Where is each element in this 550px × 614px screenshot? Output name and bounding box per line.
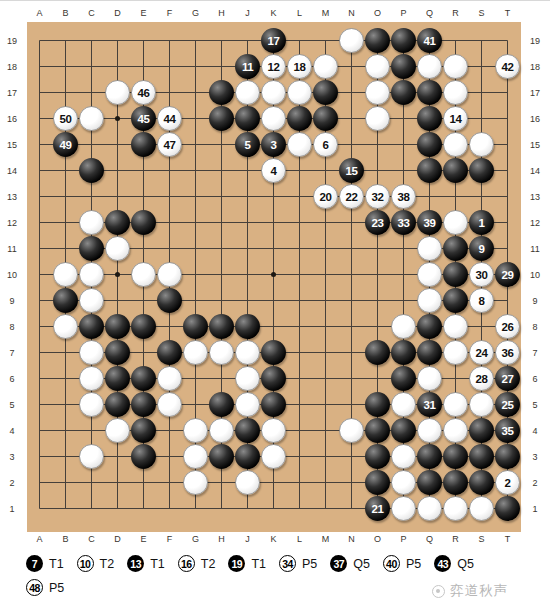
stone-Q9 — [417, 288, 442, 313]
stone-J6 — [235, 366, 260, 391]
stone-R1 — [443, 496, 468, 521]
stone-number: 17 — [268, 35, 280, 47]
stone-R16: 14 — [443, 106, 468, 131]
stone-Q7 — [417, 340, 442, 365]
stone-O3 — [365, 444, 390, 469]
stone-L17 — [287, 80, 312, 105]
stone-L16 — [287, 106, 312, 131]
coord-label-left-15: 15 — [2, 140, 22, 150]
caption-coord-label: P5 — [302, 557, 317, 571]
stone-number: 4 — [271, 165, 277, 177]
stone-K3 — [261, 444, 286, 469]
coord-label-left-3: 3 — [2, 452, 22, 462]
coord-label-left-19: 19 — [2, 36, 22, 46]
coord-label-top-Q: Q — [422, 8, 438, 18]
stone-J16 — [235, 106, 260, 131]
stone-number: 9 — [479, 243, 485, 255]
stone-M13: 20 — [313, 184, 338, 209]
coord-label-top-C: C — [84, 8, 100, 18]
caption-coord-label: T1 — [49, 557, 64, 571]
caption-move-37: 37Q5 — [330, 555, 370, 572]
caption-stone-37: 37 — [330, 555, 347, 572]
stone-Q16 — [417, 106, 442, 131]
coord-label-top-K: K — [266, 8, 282, 18]
stone-P6 — [391, 366, 416, 391]
caption-move-34: 34P5 — [279, 555, 317, 572]
stone-S4 — [469, 418, 494, 443]
coord-label-top-T: T — [500, 8, 516, 18]
stone-R17 — [443, 80, 468, 105]
stone-T18: 42 — [495, 54, 520, 79]
caption-move-13: 13T1 — [127, 555, 165, 572]
stone-E5 — [131, 392, 156, 417]
stone-H17 — [209, 80, 234, 105]
stone-C14 — [79, 158, 104, 183]
caption-coord-label: T1 — [150, 557, 165, 571]
stone-T5: 25 — [495, 392, 520, 417]
stone-J17 — [235, 80, 260, 105]
stone-P8 — [391, 314, 416, 339]
stone-P4 — [391, 418, 416, 443]
stone-S1 — [469, 496, 494, 521]
caption-stone-43: 43 — [434, 555, 451, 572]
caption-stone-13: 13 — [127, 555, 144, 572]
stone-number: 32 — [372, 191, 384, 203]
stone-G2 — [183, 470, 208, 495]
stone-S6: 28 — [469, 366, 494, 391]
stone-R7 — [443, 340, 468, 365]
coord-label-right-8: 8 — [525, 322, 545, 332]
coord-label-top-N: N — [344, 8, 360, 18]
stone-number: 23 — [372, 217, 384, 229]
stone-S2 — [469, 470, 494, 495]
stone-S9: 8 — [469, 288, 494, 313]
stone-T6: 27 — [495, 366, 520, 391]
stone-O4 — [365, 418, 390, 443]
stone-number: 15 — [346, 165, 358, 177]
coord-label-left-16: 16 — [2, 114, 22, 124]
stone-number: 35 — [502, 425, 514, 437]
stone-O19 — [365, 28, 390, 53]
stone-K18: 12 — [261, 54, 286, 79]
stone-P1 — [391, 496, 416, 521]
stone-O2 — [365, 470, 390, 495]
stone-H7 — [209, 340, 234, 365]
caption-move-7: 7T1 — [26, 555, 64, 572]
stone-T2: 2 — [495, 470, 520, 495]
stone-number: 38 — [398, 191, 410, 203]
stone-Q4 — [417, 418, 442, 443]
stone-Q17 — [417, 80, 442, 105]
coord-label-right-9: 9 — [525, 296, 545, 306]
stone-P2 — [391, 470, 416, 495]
stone-H8 — [209, 314, 234, 339]
stone-M17 — [313, 80, 338, 105]
stone-C12 — [79, 210, 104, 235]
stone-R8 — [443, 314, 468, 339]
stone-N19 — [339, 28, 364, 53]
coord-label-left-5: 5 — [2, 400, 22, 410]
coord-label-right-6: 6 — [525, 374, 545, 384]
coord-label-top-G: G — [188, 8, 204, 18]
stone-number: 25 — [502, 399, 514, 411]
stone-E16: 45 — [131, 106, 156, 131]
stone-K19: 17 — [261, 28, 286, 53]
stone-Q2 — [417, 470, 442, 495]
stone-P3 — [391, 444, 416, 469]
stone-C7 — [79, 340, 104, 365]
stone-H4 — [209, 418, 234, 443]
coord-label-right-10: 10 — [525, 270, 545, 280]
stone-E12 — [131, 210, 156, 235]
stone-B10 — [53, 262, 78, 287]
coord-label-bottom-Q: Q — [422, 534, 438, 544]
stone-R5 — [443, 392, 468, 417]
stone-R14 — [443, 158, 468, 183]
coord-label-left-18: 18 — [2, 62, 22, 72]
stone-K7 — [261, 340, 286, 365]
stone-number: 45 — [138, 113, 150, 125]
stone-O16 — [365, 106, 390, 131]
coord-label-top-E: E — [136, 8, 152, 18]
stone-Q3 — [417, 444, 442, 469]
stone-S11: 9 — [469, 236, 494, 261]
caption-line-1: 7T110T213T116T219T134P537Q540P543Q5 — [26, 555, 487, 572]
coord-label-top-H: H — [214, 8, 230, 18]
caption-move-43: 43Q5 — [434, 555, 474, 572]
coord-label-right-4: 4 — [525, 426, 545, 436]
coord-label-bottom-E: E — [136, 534, 152, 544]
coord-label-left-7: 7 — [2, 348, 22, 358]
caption-coord-label: P5 — [49, 581, 64, 595]
stone-O5 — [365, 392, 390, 417]
stone-B9 — [53, 288, 78, 313]
stone-number: 12 — [268, 61, 280, 73]
stone-number: 18 — [294, 61, 306, 73]
stone-S7: 24 — [469, 340, 494, 365]
coord-label-top-P: P — [396, 8, 412, 18]
stone-number: 30 — [476, 269, 488, 281]
coord-label-left-13: 13 — [2, 192, 22, 202]
stone-number: 11 — [242, 61, 253, 73]
stone-number: 26 — [502, 321, 514, 333]
stone-J8 — [235, 314, 260, 339]
coord-label-right-11: 11 — [525, 244, 545, 254]
stone-R18 — [443, 54, 468, 79]
coord-label-left-9: 9 — [2, 296, 22, 306]
caption-coord-label: T1 — [251, 557, 266, 571]
coord-label-bottom-O: O — [370, 534, 386, 544]
stone-number: 28 — [476, 373, 488, 385]
coord-label-bottom-S: S — [474, 534, 490, 544]
caption-coord-label: Q5 — [353, 557, 370, 571]
stone-number: 29 — [502, 269, 514, 281]
coord-label-right-13: 13 — [525, 192, 545, 202]
caption-stone-48: 48 — [26, 579, 43, 596]
stone-C11 — [79, 236, 104, 261]
stone-G4 — [183, 418, 208, 443]
stone-number: 3 — [271, 139, 277, 151]
coord-label-right-14: 14 — [525, 166, 545, 176]
caption-move-40: 40P5 — [383, 555, 421, 572]
stone-B16: 50 — [53, 106, 78, 131]
stone-number: 33 — [398, 217, 410, 229]
stone-R12 — [443, 210, 468, 235]
stone-Q18 — [417, 54, 442, 79]
stone-E8 — [131, 314, 156, 339]
caption-stone-19: 19 — [228, 555, 245, 572]
stone-H5 — [209, 392, 234, 417]
stone-C6 — [79, 366, 104, 391]
stone-J2 — [235, 470, 260, 495]
stone-number: 6 — [323, 139, 329, 151]
stone-E6 — [131, 366, 156, 391]
stone-B8 — [53, 314, 78, 339]
stone-N14: 15 — [339, 158, 364, 183]
stone-O18 — [365, 54, 390, 79]
stone-D6 — [105, 366, 130, 391]
stone-D11 — [105, 236, 130, 261]
stone-S5 — [469, 392, 494, 417]
stone-K14: 4 — [261, 158, 286, 183]
stone-number: 2 — [505, 477, 511, 489]
stone-Q14 — [417, 158, 442, 183]
coord-label-right-2: 2 — [525, 478, 545, 488]
stone-number: 41 — [424, 35, 436, 47]
stone-number: 44 — [164, 113, 176, 125]
watermark-logo-icon — [432, 585, 445, 598]
go-diagram: 1741111218424650454414494753641520223238… — [0, 0, 550, 614]
stone-C16 — [79, 106, 104, 131]
stone-K15: 3 — [261, 132, 286, 157]
stone-number: 8 — [479, 295, 485, 307]
stone-E10 — [131, 262, 156, 287]
caption-line-2: 48P5 — [26, 579, 77, 596]
stone-number: 50 — [60, 113, 72, 125]
coord-label-top-O: O — [370, 8, 386, 18]
coord-label-right-1: 1 — [525, 504, 545, 514]
caption-move-16: 16T2 — [178, 555, 216, 572]
stone-number: 1 — [479, 217, 485, 229]
coord-label-right-3: 3 — [525, 452, 545, 462]
coord-label-right-16: 16 — [525, 114, 545, 124]
coord-label-bottom-N: N — [344, 534, 360, 544]
stone-F15: 47 — [157, 132, 182, 157]
watermark-text: 弈道秋声 — [450, 582, 508, 600]
coord-label-left-11: 11 — [2, 244, 22, 254]
coord-label-left-2: 2 — [2, 478, 22, 488]
stone-O12: 23 — [365, 210, 390, 235]
coord-label-right-15: 15 — [525, 140, 545, 150]
stone-T3 — [495, 444, 520, 469]
coord-label-bottom-L: L — [292, 534, 308, 544]
stone-T7: 36 — [495, 340, 520, 365]
stone-S3 — [469, 444, 494, 469]
stone-C8 — [79, 314, 104, 339]
stone-T8: 26 — [495, 314, 520, 339]
coord-label-right-12: 12 — [525, 218, 545, 228]
stone-C10 — [79, 262, 104, 287]
stone-H3 — [209, 444, 234, 469]
stone-Q8 — [417, 314, 442, 339]
stone-Q5: 31 — [417, 392, 442, 417]
stone-R11 — [443, 236, 468, 261]
stone-P18 — [391, 54, 416, 79]
stone-number: 31 — [424, 399, 436, 411]
stone-Q6 — [417, 366, 442, 391]
coord-label-bottom-M: M — [318, 534, 334, 544]
stone-Q15 — [417, 132, 442, 157]
stone-P17 — [391, 80, 416, 105]
stone-F7 — [157, 340, 182, 365]
stone-K6 — [261, 366, 286, 391]
stone-number: 24 — [476, 347, 488, 359]
stone-R3 — [443, 444, 468, 469]
stone-D8 — [105, 314, 130, 339]
stone-number: 5 — [245, 139, 251, 151]
stone-J4 — [235, 418, 260, 443]
coord-label-right-19: 19 — [525, 36, 545, 46]
stone-J3 — [235, 444, 260, 469]
stone-F10 — [157, 262, 182, 287]
stone-number: 47 — [164, 139, 176, 151]
caption-stone-16: 16 — [178, 555, 195, 572]
stone-S14 — [469, 158, 494, 183]
stone-E17: 46 — [131, 80, 156, 105]
stone-G3 — [183, 444, 208, 469]
stone-T1 — [495, 496, 520, 521]
stone-P12: 33 — [391, 210, 416, 235]
coord-label-left-8: 8 — [2, 322, 22, 332]
coord-label-bottom-K: K — [266, 534, 282, 544]
stone-number: 27 — [502, 373, 514, 385]
stone-T10: 29 — [495, 262, 520, 287]
stone-S10: 30 — [469, 262, 494, 287]
stone-Q19: 41 — [417, 28, 442, 53]
stone-L18: 18 — [287, 54, 312, 79]
stone-R15 — [443, 132, 468, 157]
stone-number: 46 — [138, 87, 150, 99]
stone-P7 — [391, 340, 416, 365]
stone-number: 22 — [346, 191, 358, 203]
stone-M15: 6 — [313, 132, 338, 157]
stone-D12 — [105, 210, 130, 235]
coord-label-left-4: 4 — [2, 426, 22, 436]
coord-label-left-14: 14 — [2, 166, 22, 176]
coord-label-right-7: 7 — [525, 348, 545, 358]
stone-G8 — [183, 314, 208, 339]
stone-number: 14 — [450, 113, 462, 125]
stone-number: 49 — [60, 139, 72, 151]
stone-J7 — [235, 340, 260, 365]
stone-O17 — [365, 80, 390, 105]
stone-P13: 38 — [391, 184, 416, 209]
stone-M16 — [313, 106, 338, 131]
coord-label-top-B: B — [58, 8, 74, 18]
caption-coord-label: T2 — [201, 557, 216, 571]
coord-label-bottom-A: A — [32, 534, 48, 544]
coord-label-top-R: R — [448, 8, 464, 18]
stone-number: 42 — [502, 61, 514, 73]
stone-O7 — [365, 340, 390, 365]
stone-O13: 32 — [365, 184, 390, 209]
stone-D4 — [105, 418, 130, 443]
stone-F16: 44 — [157, 106, 182, 131]
stone-C5 — [79, 392, 104, 417]
coord-label-top-D: D — [110, 8, 126, 18]
caption-stone-40: 40 — [383, 555, 400, 572]
stone-R2 — [443, 470, 468, 495]
coord-label-top-S: S — [474, 8, 490, 18]
coord-label-right-17: 17 — [525, 88, 545, 98]
stone-S15 — [469, 132, 494, 157]
stone-E4 — [131, 418, 156, 443]
coord-label-left-6: 6 — [2, 374, 22, 384]
stone-K17 — [261, 80, 286, 105]
stone-F5 — [157, 392, 182, 417]
stone-K5 — [261, 392, 286, 417]
stone-number: 21 — [372, 503, 384, 515]
coord-label-bottom-G: G — [188, 534, 204, 544]
stone-K4 — [261, 418, 286, 443]
stone-D7 — [105, 340, 130, 365]
caption-move-19: 19T1 — [228, 555, 266, 572]
stone-C3 — [79, 444, 104, 469]
stone-J18: 11 — [235, 54, 260, 79]
coord-label-top-L: L — [292, 8, 308, 18]
coord-label-left-17: 17 — [2, 88, 22, 98]
stone-K16 — [261, 106, 286, 131]
stone-C9 — [79, 288, 104, 313]
stone-D17 — [105, 80, 130, 105]
coord-label-bottom-P: P — [396, 534, 412, 544]
coord-label-left-12: 12 — [2, 218, 22, 228]
coord-label-bottom-T: T — [500, 534, 516, 544]
caption-stone-7: 7 — [26, 555, 43, 572]
coord-label-bottom-J: J — [240, 534, 256, 544]
stone-Q12: 39 — [417, 210, 442, 235]
caption-coord-label: Q5 — [457, 557, 474, 571]
coord-label-bottom-R: R — [448, 534, 464, 544]
stone-P5 — [391, 392, 416, 417]
stone-T4: 35 — [495, 418, 520, 443]
coord-label-top-F: F — [162, 8, 178, 18]
coord-label-bottom-F: F — [162, 534, 178, 544]
caption-coord-label: T2 — [100, 557, 115, 571]
stone-R4 — [443, 418, 468, 443]
stone-N13: 22 — [339, 184, 364, 209]
caption-coord-label: P5 — [406, 557, 421, 571]
coord-label-top-J: J — [240, 8, 256, 18]
stone-L15 — [287, 132, 312, 157]
stone-J5 — [235, 392, 260, 417]
coord-label-bottom-B: B — [58, 534, 74, 544]
stone-B15: 49 — [53, 132, 78, 157]
stone-F9 — [157, 288, 182, 313]
coord-label-top-M: M — [318, 8, 334, 18]
stone-O1: 21 — [365, 496, 390, 521]
stone-H16 — [209, 106, 234, 131]
stone-M18 — [313, 54, 338, 79]
stone-N4 — [339, 418, 364, 443]
coord-label-top-A: A — [32, 8, 48, 18]
stone-number: 20 — [320, 191, 332, 203]
stone-S12: 1 — [469, 210, 494, 235]
coord-label-left-10: 10 — [2, 270, 22, 280]
coord-label-bottom-D: D — [110, 534, 126, 544]
stone-E15 — [131, 132, 156, 157]
coord-label-right-18: 18 — [525, 62, 545, 72]
